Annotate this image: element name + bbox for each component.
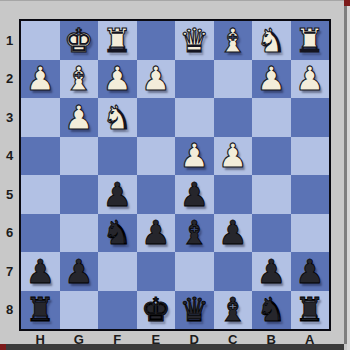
piece-white-pawn: ♟: [256, 62, 286, 95]
square-a8[interactable]: ♜: [291, 291, 330, 330]
frame-corner-accent-bottom-left: [0, 344, 6, 350]
square-a4[interactable]: [291, 137, 330, 176]
square-h5[interactable]: [21, 175, 60, 214]
square-e8[interactable]: ♚: [137, 291, 176, 330]
square-c1[interactable]: ♝: [214, 21, 253, 60]
square-b6[interactable]: [252, 214, 291, 253]
rank-labels: 12345678: [0, 21, 19, 329]
square-b8[interactable]: ♞: [252, 291, 291, 330]
square-c4[interactable]: ♟: [214, 137, 253, 176]
piece-black-bishop: ♝: [218, 293, 248, 326]
square-b3[interactable]: [252, 98, 291, 137]
square-h3[interactable]: [21, 98, 60, 137]
piece-black-pawn: ♟: [179, 178, 209, 211]
rank-label-1: 1: [0, 21, 19, 60]
square-d6[interactable]: ♝: [175, 214, 214, 253]
square-b5[interactable]: [252, 175, 291, 214]
piece-black-knight: ♞: [256, 293, 286, 326]
square-d4[interactable]: ♟: [175, 137, 214, 176]
square-f8[interactable]: [98, 291, 137, 330]
square-c2[interactable]: [214, 60, 253, 99]
square-b1[interactable]: ♞: [252, 21, 291, 60]
piece-white-knight: ♞: [256, 24, 286, 57]
rank-label-7: 7: [0, 252, 19, 291]
square-h2[interactable]: ♟: [21, 60, 60, 99]
piece-white-king: ♚: [64, 24, 94, 57]
square-h8[interactable]: ♜: [21, 291, 60, 330]
square-e5[interactable]: [137, 175, 176, 214]
chess-board[interactable]: ♚♜♛♝♞♜♟♝♟♟♟♟♟♞♟♟♟♟♞♟♝♟♟♟♟♟♜♚♛♝♞♜: [19, 19, 331, 331]
frame-shadow-bottom: [6, 344, 344, 350]
square-e1[interactable]: [137, 21, 176, 60]
piece-white-pawn: ♟: [102, 62, 132, 95]
frame-corner-accent-top-right: [344, 0, 350, 6]
piece-white-knight: ♞: [102, 101, 132, 134]
square-d7[interactable]: [175, 252, 214, 291]
square-g4[interactable]: [60, 137, 99, 176]
square-e3[interactable]: [137, 98, 176, 137]
square-h7[interactable]: ♟: [21, 252, 60, 291]
piece-black-pawn: ♟: [295, 255, 325, 288]
square-c8[interactable]: ♝: [214, 291, 253, 330]
piece-white-pawn: ♟: [64, 101, 94, 134]
square-c6[interactable]: ♟: [214, 214, 253, 253]
square-f7[interactable]: [98, 252, 137, 291]
rank-label-5: 5: [0, 175, 19, 214]
piece-white-rook: ♜: [102, 24, 132, 57]
piece-black-queen: ♛: [179, 293, 209, 326]
square-d8[interactable]: ♛: [175, 291, 214, 330]
piece-black-rook: ♜: [25, 293, 55, 326]
square-d2[interactable]: [175, 60, 214, 99]
square-a1[interactable]: ♜: [291, 21, 330, 60]
square-d5[interactable]: ♟: [175, 175, 214, 214]
piece-black-pawn: ♟: [256, 255, 286, 288]
square-c3[interactable]: [214, 98, 253, 137]
piece-white-bishop: ♝: [64, 62, 94, 95]
square-g6[interactable]: [60, 214, 99, 253]
square-f5[interactable]: ♟: [98, 175, 137, 214]
square-a3[interactable]: [291, 98, 330, 137]
piece-white-pawn: ♟: [141, 62, 171, 95]
square-c5[interactable]: [214, 175, 253, 214]
piece-black-bishop: ♝: [179, 216, 209, 249]
chess-diagram-frame: 12345678 HGFEDCBA ♚♜♛♝♞♜♟♝♟♟♟♟♟♞♟♟♟♟♞♟♝♟…: [0, 0, 350, 350]
piece-white-rook: ♜: [295, 24, 325, 57]
piece-white-pawn: ♟: [218, 139, 248, 172]
square-f2[interactable]: ♟: [98, 60, 137, 99]
square-a5[interactable]: [291, 175, 330, 214]
piece-black-king: ♚: [141, 293, 171, 326]
square-g8[interactable]: [60, 291, 99, 330]
square-b7[interactable]: ♟: [252, 252, 291, 291]
square-f6[interactable]: ♞: [98, 214, 137, 253]
square-a2[interactable]: ♟: [291, 60, 330, 99]
square-g7[interactable]: ♟: [60, 252, 99, 291]
piece-white-bishop: ♝: [218, 24, 248, 57]
piece-black-pawn: ♟: [102, 178, 132, 211]
square-e7[interactable]: [137, 252, 176, 291]
square-d3[interactable]: [175, 98, 214, 137]
frame-bevel-top: [0, 0, 344, 1]
square-e4[interactable]: [137, 137, 176, 176]
piece-black-knight: ♞: [102, 216, 132, 249]
square-b4[interactable]: [252, 137, 291, 176]
square-g3[interactable]: ♟: [60, 98, 99, 137]
piece-black-pawn: ♟: [64, 255, 94, 288]
rank-label-8: 8: [0, 291, 19, 330]
rank-label-6: 6: [0, 214, 19, 253]
piece-white-pawn: ♟: [25, 62, 55, 95]
square-a6[interactable]: [291, 214, 330, 253]
square-g2[interactable]: ♝: [60, 60, 99, 99]
piece-black-rook: ♜: [295, 293, 325, 326]
square-f1[interactable]: ♜: [98, 21, 137, 60]
square-b2[interactable]: ♟: [252, 60, 291, 99]
square-h1[interactable]: [21, 21, 60, 60]
rank-label-2: 2: [0, 60, 19, 99]
square-a7[interactable]: ♟: [291, 252, 330, 291]
square-f4[interactable]: [98, 137, 137, 176]
square-h4[interactable]: [21, 137, 60, 176]
square-g5[interactable]: [60, 175, 99, 214]
piece-white-pawn: ♟: [179, 139, 209, 172]
square-d1[interactable]: ♛: [175, 21, 214, 60]
rank-label-3: 3: [0, 98, 19, 137]
piece-black-pawn: ♟: [141, 216, 171, 249]
piece-black-pawn: ♟: [218, 216, 248, 249]
square-f3[interactable]: ♞: [98, 98, 137, 137]
square-e6[interactable]: ♟: [137, 214, 176, 253]
rank-label-4: 4: [0, 137, 19, 176]
square-e2[interactable]: ♟: [137, 60, 176, 99]
square-g1[interactable]: ♚: [60, 21, 99, 60]
square-h6[interactable]: [21, 214, 60, 253]
piece-white-pawn: ♟: [295, 62, 325, 95]
piece-black-pawn: ♟: [25, 255, 55, 288]
square-c7[interactable]: [214, 252, 253, 291]
piece-white-queen: ♛: [179, 24, 209, 57]
